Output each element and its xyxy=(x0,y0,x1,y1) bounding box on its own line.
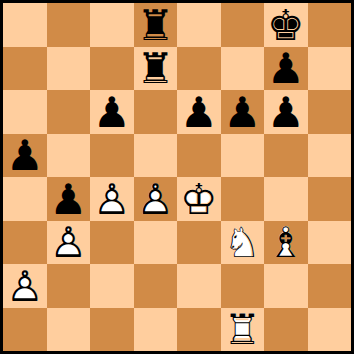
square-c8[interactable] xyxy=(90,3,134,47)
square-c4[interactable]: ♟♙ xyxy=(90,177,134,221)
square-h3[interactable] xyxy=(308,221,352,265)
square-f7[interactable] xyxy=(221,47,265,91)
black-pawn-a5[interactable]: ♟ xyxy=(3,134,47,178)
square-a8[interactable] xyxy=(3,3,47,47)
square-c3[interactable] xyxy=(90,221,134,265)
white-rook-outline-glyph: ♖ xyxy=(221,308,265,352)
square-e6[interactable]: ♟ xyxy=(177,90,221,134)
square-b5[interactable] xyxy=(47,134,91,178)
square-c7[interactable] xyxy=(90,47,134,91)
square-c1[interactable] xyxy=(90,308,134,352)
black-pawn-fill-glyph: ♟ xyxy=(3,134,47,178)
square-h2[interactable] xyxy=(308,264,352,308)
square-b6[interactable] xyxy=(47,90,91,134)
black-pawn-fill-glyph: ♟ xyxy=(177,90,221,134)
square-b8[interactable] xyxy=(47,3,91,47)
black-pawn-fill-glyph: ♟ xyxy=(264,90,308,134)
white-pawn-d4[interactable]: ♟♙ xyxy=(134,177,178,221)
square-e2[interactable] xyxy=(177,264,221,308)
black-pawn-g6[interactable]: ♟ xyxy=(264,90,308,134)
black-pawn-b4[interactable]: ♟ xyxy=(47,177,91,221)
white-rook-f1[interactable]: ♜♖ xyxy=(221,308,265,352)
square-d7[interactable]: ♜ xyxy=(134,47,178,91)
black-king-fill-glyph: ♚ xyxy=(264,3,308,47)
square-a6[interactable] xyxy=(3,90,47,134)
square-h4[interactable] xyxy=(308,177,352,221)
white-king-outline-glyph: ♔ xyxy=(177,177,221,221)
square-b2[interactable] xyxy=(47,264,91,308)
square-a5[interactable]: ♟ xyxy=(3,134,47,178)
square-f2[interactable] xyxy=(221,264,265,308)
square-b3[interactable]: ♟♙ xyxy=(47,221,91,265)
square-e8[interactable] xyxy=(177,3,221,47)
black-rook-d8[interactable]: ♜ xyxy=(134,3,178,47)
white-pawn-outline-glyph: ♙ xyxy=(3,264,47,308)
square-a7[interactable] xyxy=(3,47,47,91)
square-b7[interactable] xyxy=(47,47,91,91)
square-d4[interactable]: ♟♙ xyxy=(134,177,178,221)
square-d6[interactable] xyxy=(134,90,178,134)
white-pawn-a2[interactable]: ♟♙ xyxy=(3,264,47,308)
square-a1[interactable] xyxy=(3,308,47,352)
black-rook-fill-glyph: ♜ xyxy=(134,3,178,47)
square-e7[interactable] xyxy=(177,47,221,91)
square-f6[interactable]: ♟ xyxy=(221,90,265,134)
square-d3[interactable] xyxy=(134,221,178,265)
white-knight-f3[interactable]: ♞♘ xyxy=(221,221,265,265)
square-g8[interactable]: ♚ xyxy=(264,3,308,47)
square-e3[interactable] xyxy=(177,221,221,265)
black-king-g8[interactable]: ♚ xyxy=(264,3,308,47)
white-pawn-b3[interactable]: ♟♙ xyxy=(47,221,91,265)
square-g3[interactable]: ♝♗ xyxy=(264,221,308,265)
square-d8[interactable]: ♜ xyxy=(134,3,178,47)
square-f1[interactable]: ♜♖ xyxy=(221,308,265,352)
square-e5[interactable] xyxy=(177,134,221,178)
white-bishop-outline-glyph: ♗ xyxy=(264,221,308,265)
square-h7[interactable] xyxy=(308,47,352,91)
square-a2[interactable]: ♟♙ xyxy=(3,264,47,308)
chess-board: ♜♚♜♟♟♟♟♟♟♟♟♙♟♙♚♔♟♙♞♘♝♗♟♙♜♖ xyxy=(0,0,354,354)
square-a3[interactable] xyxy=(3,221,47,265)
square-c6[interactable]: ♟ xyxy=(90,90,134,134)
square-f5[interactable] xyxy=(221,134,265,178)
black-pawn-g7[interactable]: ♟ xyxy=(264,47,308,91)
square-c5[interactable] xyxy=(90,134,134,178)
square-e1[interactable] xyxy=(177,308,221,352)
square-h5[interactable] xyxy=(308,134,352,178)
black-pawn-fill-glyph: ♟ xyxy=(47,177,91,221)
square-a4[interactable] xyxy=(3,177,47,221)
square-g1[interactable] xyxy=(264,308,308,352)
square-e4[interactable]: ♚♔ xyxy=(177,177,221,221)
square-b4[interactable]: ♟ xyxy=(47,177,91,221)
square-g6[interactable]: ♟ xyxy=(264,90,308,134)
black-rook-fill-glyph: ♜ xyxy=(134,47,178,91)
black-pawn-fill-glyph: ♟ xyxy=(264,47,308,91)
black-pawn-fill-glyph: ♟ xyxy=(221,90,265,134)
square-c2[interactable] xyxy=(90,264,134,308)
square-h8[interactable] xyxy=(308,3,352,47)
black-rook-d7[interactable]: ♜ xyxy=(134,47,178,91)
square-h6[interactable] xyxy=(308,90,352,134)
black-pawn-f6[interactable]: ♟ xyxy=(221,90,265,134)
white-pawn-outline-glyph: ♙ xyxy=(134,177,178,221)
square-f8[interactable] xyxy=(221,3,265,47)
square-f4[interactable] xyxy=(221,177,265,221)
square-d5[interactable] xyxy=(134,134,178,178)
white-pawn-outline-glyph: ♙ xyxy=(47,221,91,265)
square-g5[interactable] xyxy=(264,134,308,178)
square-h1[interactable] xyxy=(308,308,352,352)
square-g2[interactable] xyxy=(264,264,308,308)
black-pawn-c6[interactable]: ♟ xyxy=(90,90,134,134)
black-pawn-fill-glyph: ♟ xyxy=(90,90,134,134)
square-d2[interactable] xyxy=(134,264,178,308)
square-d1[interactable] xyxy=(134,308,178,352)
square-f3[interactable]: ♞♘ xyxy=(221,221,265,265)
square-g4[interactable] xyxy=(264,177,308,221)
square-g7[interactable]: ♟ xyxy=(264,47,308,91)
square-b1[interactable] xyxy=(47,308,91,352)
white-bishop-g3[interactable]: ♝♗ xyxy=(264,221,308,265)
white-king-e4[interactable]: ♚♔ xyxy=(177,177,221,221)
black-pawn-e6[interactable]: ♟ xyxy=(177,90,221,134)
white-pawn-outline-glyph: ♙ xyxy=(90,177,134,221)
white-pawn-c4[interactable]: ♟♙ xyxy=(90,177,134,221)
white-knight-outline-glyph: ♘ xyxy=(221,221,265,265)
